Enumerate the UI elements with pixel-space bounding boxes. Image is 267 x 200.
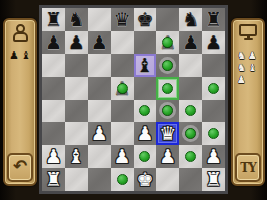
square-h7[interactable]: ♟ — [202, 31, 225, 54]
square-c3[interactable]: ♟ — [88, 122, 111, 145]
piece-white-pawn: ♟ — [136, 124, 153, 143]
square-a8[interactable]: ♜ — [42, 8, 65, 31]
captured-white-pawn-icon: ♟ — [237, 74, 246, 86]
square-c7[interactable]: ♟ — [88, 31, 111, 54]
square-f5[interactable] — [156, 77, 179, 100]
piece-white-pawn: ♟ — [159, 147, 176, 166]
square-g8[interactable]: ♞ — [179, 8, 202, 31]
captured-white-knight-icon: ♞ — [237, 62, 246, 74]
square-a3[interactable] — [42, 122, 65, 145]
square-b2[interactable]: ♝ — [65, 145, 88, 168]
square-b8[interactable]: ♞ — [65, 8, 88, 31]
legal-move-dot — [162, 105, 173, 116]
square-f4[interactable] — [156, 100, 179, 123]
legal-move-dot — [117, 83, 128, 94]
square-a4[interactable] — [42, 100, 65, 123]
square-c1[interactable] — [88, 168, 111, 191]
piece-black-queen: ♛ — [114, 10, 131, 29]
legal-move-dot — [208, 83, 219, 94]
legal-move-dot — [185, 151, 196, 162]
piece-black-knight: ♞ — [182, 10, 199, 29]
undo-button[interactable]: ↶ — [7, 153, 33, 182]
square-d4[interactable] — [111, 100, 134, 123]
square-e4[interactable] — [134, 100, 157, 123]
board-grid: ♜♞♛♚♞♜♟♟♟♟♟♟♝♟♟♟♛♟♝♟♟♟♜♚♜ — [42, 8, 225, 191]
piece-white-rook: ♜ — [205, 170, 222, 189]
legal-move-dot — [117, 174, 128, 185]
square-h6[interactable] — [202, 54, 225, 77]
square-c4[interactable] — [88, 100, 111, 123]
legal-move-dot — [139, 105, 150, 116]
square-f7[interactable]: ♟ — [156, 31, 179, 54]
piece-black-pawn: ♟ — [182, 33, 199, 52]
piece-black-king: ♚ — [136, 10, 153, 29]
piece-white-queen: ♛ — [159, 124, 176, 143]
chess-app-screen: ♟♝ ↶ ♜♞♛♚♞♜♟♟♟♟♟♟♝♟♟♟♛♟♝♟♟♟♜♚♜ ♞♟♞♝♟ TY — [0, 0, 267, 200]
square-h5[interactable] — [202, 77, 225, 100]
captured-black-pieces-tray: ♟♝ — [5, 50, 35, 62]
piece-white-pawn: ♟ — [205, 147, 222, 166]
square-f1[interactable] — [156, 168, 179, 191]
square-g5[interactable] — [179, 77, 202, 100]
legal-move-dot — [208, 128, 219, 139]
captured-black-bishop-icon: ♝ — [21, 50, 31, 62]
square-b7[interactable]: ♟ — [65, 31, 88, 54]
square-g7[interactable]: ♟ — [179, 31, 202, 54]
square-e3[interactable]: ♟ — [134, 122, 157, 145]
legal-move-dot — [162, 60, 173, 71]
square-a5[interactable] — [42, 77, 65, 100]
piece-white-pawn: ♟ — [45, 147, 62, 166]
square-c5[interactable] — [88, 77, 111, 100]
square-f8[interactable] — [156, 8, 179, 31]
square-e2[interactable] — [134, 145, 157, 168]
piece-black-pawn: ♟ — [45, 33, 62, 52]
square-g4[interactable] — [179, 100, 202, 123]
piece-white-king: ♚ — [136, 170, 153, 189]
square-f3[interactable]: ♛ — [156, 122, 179, 145]
square-h2[interactable]: ♟ — [202, 145, 225, 168]
piece-black-rook: ♜ — [45, 10, 62, 29]
tools-icon: TY — [240, 161, 256, 175]
square-b5[interactable] — [65, 77, 88, 100]
square-c2[interactable] — [88, 145, 111, 168]
square-f2[interactable]: ♟ — [156, 145, 179, 168]
legal-move-dot — [185, 128, 196, 139]
square-g2[interactable] — [179, 145, 202, 168]
piece-black-pawn: ♟ — [91, 33, 108, 52]
undo-icon: ↶ — [13, 158, 27, 175]
square-d7[interactable] — [111, 31, 134, 54]
human-player-icon — [11, 24, 29, 47]
square-a6[interactable] — [42, 54, 65, 77]
captured-white-bishop-icon: ♝ — [248, 62, 257, 74]
piece-white-rook: ♜ — [45, 170, 62, 189]
square-f6[interactable] — [156, 54, 179, 77]
square-g1[interactable] — [179, 168, 202, 191]
legal-move-dot — [162, 37, 173, 48]
square-e1[interactable]: ♚ — [134, 168, 157, 191]
square-b1[interactable] — [65, 168, 88, 191]
square-d8[interactable]: ♛ — [111, 8, 134, 31]
piece-black-pawn: ♟ — [68, 33, 85, 52]
square-h3[interactable] — [202, 122, 225, 145]
captured-white-pawn-icon: ♟ — [248, 50, 257, 62]
tools-button[interactable]: TY — [235, 153, 261, 182]
piece-white-pawn: ♟ — [114, 147, 131, 166]
piece-black-pawn: ♟ — [114, 79, 131, 98]
square-e5[interactable] — [134, 77, 157, 100]
square-d5[interactable]: ♟ — [111, 77, 134, 100]
square-e7[interactable] — [134, 31, 157, 54]
computer-player-panel: ♞♟♞♝♟ TY — [231, 18, 265, 186]
captured-black-pawn-icon: ♟ — [9, 50, 19, 62]
chess-board: ♜♞♛♚♞♜♟♟♟♟♟♟♝♟♟♟♛♟♝♟♟♟♜♚♜ — [39, 5, 228, 194]
square-h8[interactable]: ♜ — [202, 8, 225, 31]
square-d1[interactable] — [111, 168, 134, 191]
square-a2[interactable]: ♟ — [42, 145, 65, 168]
human-player-panel: ♟♝ ↶ — [3, 18, 37, 186]
square-h1[interactable]: ♜ — [202, 168, 225, 191]
legal-move-dot — [139, 151, 150, 162]
square-c8[interactable] — [88, 8, 111, 31]
square-g3[interactable] — [179, 122, 202, 145]
piece-white-pawn: ♟ — [91, 124, 108, 143]
computer-monitor-icon — [238, 24, 258, 47]
captured-white-knight-icon: ♞ — [237, 50, 246, 62]
piece-black-pawn: ♟ — [205, 33, 222, 52]
square-d2[interactable]: ♟ — [111, 145, 134, 168]
captured-white-pieces-tray: ♞♟♞♝♟ — [233, 50, 263, 86]
piece-black-pawn: ♟ — [159, 33, 176, 52]
square-e8[interactable]: ♚ — [134, 8, 157, 31]
legal-move-dot — [162, 83, 173, 94]
square-a7[interactable]: ♟ — [42, 31, 65, 54]
piece-black-bishop: ♝ — [136, 56, 153, 75]
piece-black-knight: ♞ — [68, 10, 85, 29]
square-d3[interactable] — [111, 122, 134, 145]
square-h4[interactable] — [202, 100, 225, 123]
square-c6[interactable] — [88, 54, 111, 77]
piece-black-rook: ♜ — [205, 10, 222, 29]
legal-move-dot — [185, 105, 196, 116]
square-b6[interactable] — [65, 54, 88, 77]
square-b3[interactable] — [65, 122, 88, 145]
square-e6[interactable]: ♝ — [134, 54, 157, 77]
square-b4[interactable] — [65, 100, 88, 123]
square-a1[interactable]: ♜ — [42, 168, 65, 191]
square-d6[interactable] — [111, 54, 134, 77]
square-g6[interactable] — [179, 54, 202, 77]
piece-white-bishop: ♝ — [68, 147, 85, 166]
